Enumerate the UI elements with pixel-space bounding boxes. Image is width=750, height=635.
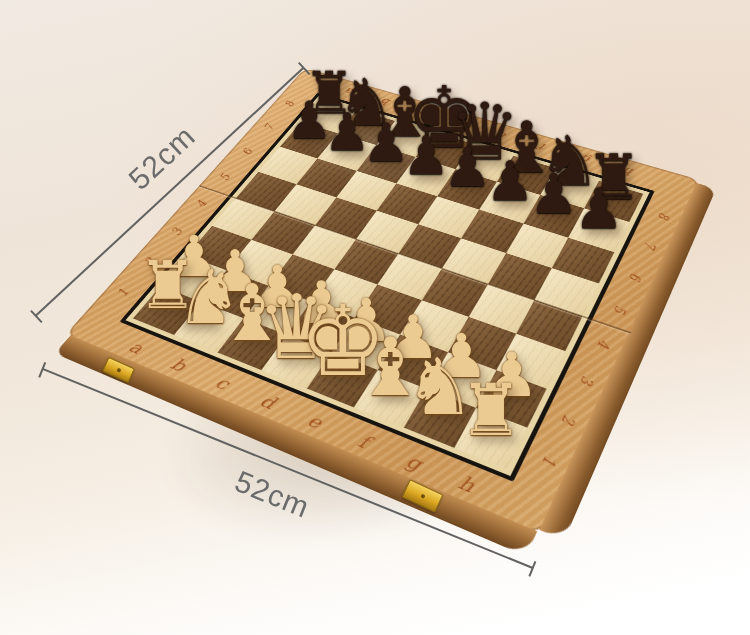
- piece-black-pawn[interactable]: ♟: [443, 141, 491, 195]
- pieces-layer: ♜♞♝♚♛♝♞♜♟♟♟♟♟♟♟♟♟♟♟♟♟♟♟♟♜♞♝♛♚♝♞♜: [0, 0, 750, 635]
- piece-black-pawn[interactable]: ♟: [574, 181, 624, 237]
- piece-white-rook[interactable]: ♜: [459, 375, 523, 447]
- product-photo-stage: aabbccddeeffgghh1122334455667788 ♜♞♝♚♛♝♞…: [0, 0, 750, 635]
- piece-black-pawn[interactable]: ♟: [529, 167, 579, 222]
- piece-black-pawn[interactable]: ♟: [485, 154, 534, 209]
